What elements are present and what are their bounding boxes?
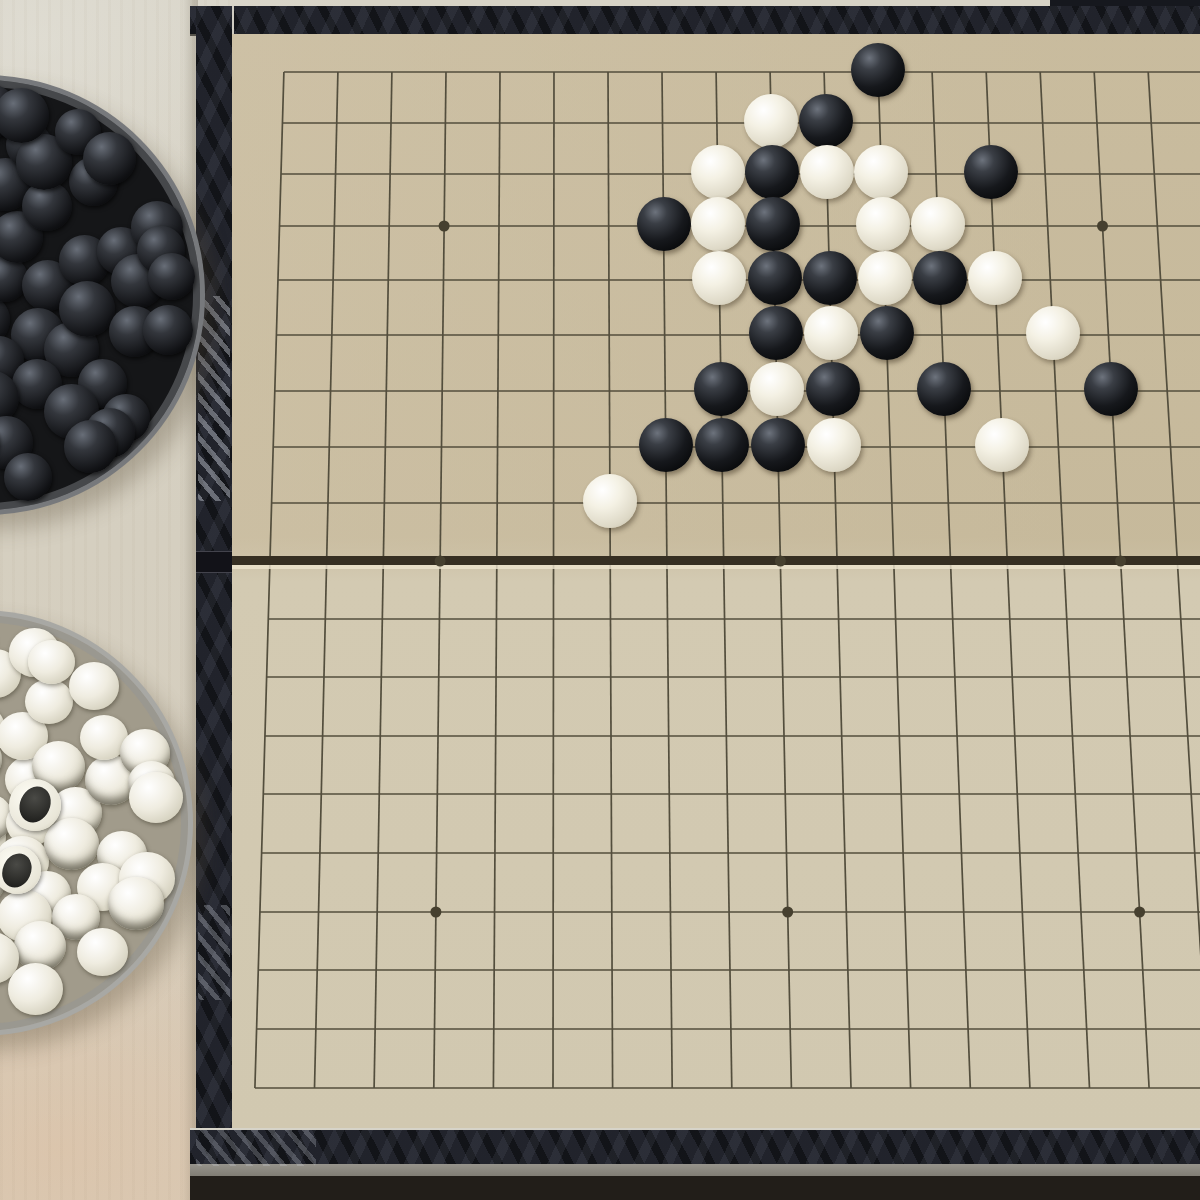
board-frame-top — [190, 6, 1200, 36]
white-stone-glyph: ○ — [920, 204, 955, 244]
black-stone-glyph: ● — [927, 369, 962, 409]
go-stone-black[interactable]: ● — [637, 197, 691, 251]
go-stone-black[interactable]: ● — [806, 362, 860, 416]
go-stone-black[interactable]: ● — [749, 306, 803, 360]
go-stone-white[interactable]: ○ — [750, 362, 804, 416]
go-stone-white[interactable]: ○ — [807, 418, 861, 472]
board-frame-bottom — [190, 1128, 1200, 1168]
frame-reflection — [198, 296, 230, 501]
white-stone-glyph: ○ — [809, 152, 844, 192]
bowl-stone-black[interactable] — [83, 132, 136, 185]
go-stone-black[interactable]: ● — [1084, 362, 1138, 416]
black-stone-glyph: ● — [812, 258, 847, 298]
white-stone-glyph: ○ — [978, 258, 1013, 298]
go-stone-black[interactable]: ● — [860, 306, 914, 360]
bowl-stone-black[interactable] — [4, 453, 52, 501]
black-stone-glyph: ● — [758, 313, 793, 353]
bowl-stone-white[interactable] — [25, 679, 73, 724]
go-stone-black[interactable]: ● — [799, 94, 853, 148]
board-frame-left — [196, 6, 234, 1180]
go-stone-black[interactable]: ● — [748, 251, 802, 305]
black-stone-glyph: ● — [869, 313, 904, 353]
black-stone-glyph: ● — [648, 425, 683, 465]
black-stone-glyph: ● — [815, 369, 850, 409]
black-stone-glyph: ● — [704, 425, 739, 465]
go-stone-black[interactable]: ● — [695, 418, 749, 472]
black-stone-glyph: ● — [973, 152, 1008, 192]
go-stone-white[interactable]: ○ — [1026, 306, 1080, 360]
go-stone-black[interactable]: ● — [964, 145, 1018, 199]
white-stone-glyph: ○ — [701, 204, 736, 244]
go-stone-white[interactable]: ○ — [975, 418, 1029, 472]
white-stone-glyph: ○ — [700, 152, 735, 192]
go-stone-white[interactable]: ○ — [804, 306, 858, 360]
go-stone-black[interactable]: ● — [746, 197, 800, 251]
black-stone-glyph: ● — [646, 204, 681, 244]
go-stone-white[interactable]: ○ — [583, 474, 637, 528]
bowl-stone-black[interactable] — [148, 253, 195, 300]
photo-scene: ●○●○●○○●●○●○○○●●○●○●○●○●○●●●●●●○○○ — [0, 0, 1200, 1200]
tilted-white-stone-dark-face[interactable] — [9, 779, 61, 831]
black-stone-glyph: ● — [808, 101, 843, 141]
stone-edge-shadow — [0, 849, 37, 892]
bowl-stone-white[interactable] — [77, 928, 128, 976]
bowl-stone-white[interactable] — [69, 662, 119, 710]
black-stone-glyph: ● — [923, 258, 958, 298]
white-stone-glyph: ○ — [754, 101, 789, 141]
go-stone-white[interactable]: ○ — [968, 251, 1022, 305]
frame-reflection — [196, 1130, 316, 1166]
bowl-stone-black[interactable] — [59, 281, 115, 337]
go-stone-black[interactable]: ● — [913, 251, 967, 305]
white-stone-glyph: ○ — [593, 481, 628, 521]
board-frame-bottom-edge — [190, 1164, 1200, 1176]
black-stone-glyph: ● — [757, 258, 792, 298]
black-stone-glyph: ● — [861, 50, 896, 90]
black-stone-glyph: ● — [755, 152, 790, 192]
go-stone-black[interactable]: ● — [851, 43, 905, 97]
white-stone-glyph: ○ — [759, 369, 794, 409]
go-stone-black[interactable]: ● — [751, 418, 805, 472]
white-stone-glyph: ○ — [814, 313, 849, 353]
bowl-stone-black[interactable] — [64, 420, 117, 473]
go-stone-black[interactable]: ● — [917, 362, 971, 416]
table-shadow-below-board — [190, 1176, 1200, 1200]
white-stone-glyph: ○ — [864, 152, 899, 192]
white-stone-glyph: ○ — [1035, 313, 1070, 353]
go-stone-white[interactable]: ○ — [744, 94, 798, 148]
go-stone-black[interactable]: ● — [639, 418, 693, 472]
bowl-stone-black[interactable] — [143, 305, 193, 355]
go-stone-white[interactable]: ○ — [856, 197, 910, 251]
black-stone-glyph: ● — [704, 369, 739, 409]
bowl-stone-white[interactable] — [129, 772, 183, 823]
go-stone-white[interactable]: ○ — [854, 145, 908, 199]
white-stone-glyph: ○ — [817, 425, 852, 465]
go-stone-white[interactable]: ○ — [858, 251, 912, 305]
black-stone-glyph: ● — [1094, 369, 1129, 409]
board-hinge-on-frame — [196, 551, 232, 573]
frame-reflection — [198, 905, 230, 1000]
white-stone-glyph: ○ — [867, 258, 902, 298]
go-stone-black[interactable]: ● — [803, 251, 857, 305]
go-stone-white[interactable]: ○ — [800, 145, 854, 199]
go-stone-white[interactable]: ○ — [692, 251, 746, 305]
bowl-stone-white[interactable] — [28, 640, 75, 684]
bowl-stone-white[interactable] — [44, 818, 99, 870]
black-stone-glyph: ● — [761, 425, 796, 465]
go-stone-black[interactable]: ● — [694, 362, 748, 416]
bowl-stone-white[interactable] — [108, 877, 164, 930]
go-stone-black[interactable]: ● — [745, 145, 799, 199]
go-stone-white[interactable]: ○ — [691, 145, 745, 199]
white-stone-glyph: ○ — [866, 204, 901, 244]
bowl-stone-white[interactable] — [8, 963, 63, 1015]
stone-edge-shadow — [14, 782, 57, 828]
white-stone-glyph: ○ — [985, 425, 1020, 465]
white-stone-glyph: ○ — [702, 258, 737, 298]
go-stone-white[interactable]: ○ — [691, 197, 745, 251]
black-stone-glyph: ● — [756, 204, 791, 244]
go-stone-white[interactable]: ○ — [911, 197, 965, 251]
